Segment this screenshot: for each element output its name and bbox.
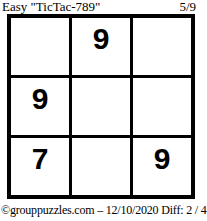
cell-r3c3: 9	[133, 138, 191, 195]
cell-r1c2: 9	[72, 18, 130, 75]
cell-r2c3[interactable]	[133, 78, 191, 135]
header: Easy "TicTac-789" 5/9	[2, 0, 196, 14]
cell-r2c2[interactable]	[72, 78, 130, 135]
cell-r1c1[interactable]	[11, 18, 69, 75]
cell-r2c1: 9	[11, 78, 69, 135]
puzzle-title: Easy "TicTac-789"	[2, 0, 100, 14]
puzzle-page: Easy "TicTac-789" 5/9 9 9 7 9 ©grouppuzz…	[0, 0, 207, 221]
cell-r1c3[interactable]	[133, 18, 191, 75]
cell-r3c1: 7	[11, 138, 69, 195]
tictac-board: 9 9 7 9	[7, 14, 195, 199]
page-indicator: 5/9	[179, 0, 196, 14]
cell-r3c2[interactable]	[72, 138, 130, 195]
copyright-credit: ©grouppuzzles.com – 12/10/2020 Diff: 2 /…	[1, 203, 207, 218]
